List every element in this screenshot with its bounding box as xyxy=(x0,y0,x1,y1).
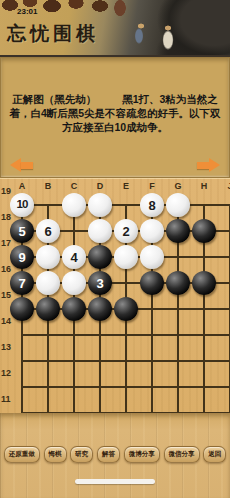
board-column-label: D xyxy=(87,181,113,191)
white-stone xyxy=(88,193,112,217)
board-column-label: F xyxy=(139,181,165,191)
board-intersection-J17[interactable] xyxy=(217,244,230,270)
board-intersection-E15[interactable] xyxy=(113,296,139,322)
app-screen: 23:01 忘忧围棋 正解图（黑先劫）黑1打、3粘为当然之着，白4断后黑5尖是不… xyxy=(0,0,230,498)
board-intersection-H18[interactable] xyxy=(191,218,217,244)
board-intersection-E18[interactable]: 2 xyxy=(113,218,139,244)
board-intersection-C15[interactable] xyxy=(61,296,87,322)
white-stone-move-6: 6 xyxy=(36,219,60,243)
board-intersection-D18[interactable] xyxy=(87,218,113,244)
go-board-grid: 1085629473 xyxy=(9,192,230,413)
board-intersection-F13[interactable] xyxy=(139,348,165,374)
board-row-label: 11 xyxy=(1,394,16,404)
board-intersection-B13[interactable] xyxy=(35,348,61,374)
board-intersection-H12[interactable] xyxy=(191,374,217,400)
white-stone-move-10: 10 xyxy=(10,193,34,217)
board-intersection-B16[interactable] xyxy=(35,270,61,296)
white-stone xyxy=(166,193,190,217)
board-intersection-E17[interactable] xyxy=(113,244,139,270)
go-board[interactable]: 1085629473 ABCDEFGHJ191817161514131211 xyxy=(0,178,230,413)
toolbar-button-2[interactable]: 悔棋 xyxy=(44,446,67,463)
board-intersection-F12[interactable] xyxy=(139,374,165,400)
board-intersection-J18[interactable] xyxy=(217,218,230,244)
board-intersection-H17[interactable] xyxy=(191,244,217,270)
board-intersection-B14[interactable] xyxy=(35,322,61,348)
white-stone xyxy=(114,245,138,269)
move-number-label: 6 xyxy=(44,225,51,238)
toolbar-button-3[interactable]: 研究 xyxy=(70,446,93,463)
white-stone xyxy=(36,245,60,269)
board-column-label: H xyxy=(191,181,217,191)
move-number-label: 10 xyxy=(17,199,28,211)
white-stone xyxy=(36,271,60,295)
board-intersection-G14[interactable] xyxy=(165,322,191,348)
board-intersection-J19[interactable] xyxy=(217,192,230,218)
board-intersection-H14[interactable] xyxy=(191,322,217,348)
board-column-label: G xyxy=(165,181,191,191)
next-diagram-button[interactable] xyxy=(197,157,223,173)
white-stone-move-4: 4 xyxy=(62,245,86,269)
board-column-label: J xyxy=(217,181,230,191)
black-stone xyxy=(166,271,190,295)
board-intersection-G11[interactable] xyxy=(165,400,191,413)
white-stone xyxy=(62,193,86,217)
board-intersection-C11[interactable] xyxy=(61,400,87,413)
app-header: 23:01 忘忧围棋 xyxy=(0,0,230,57)
board-intersection-B15[interactable] xyxy=(35,296,61,322)
board-intersection-E13[interactable] xyxy=(113,348,139,374)
white-stone xyxy=(140,245,164,269)
board-intersection-B18[interactable]: 6 xyxy=(35,218,61,244)
black-stone xyxy=(10,297,34,321)
white-stone xyxy=(62,271,86,295)
board-intersection-G19[interactable] xyxy=(165,192,191,218)
move-number-label: 3 xyxy=(96,277,103,290)
board-intersection-D14[interactable] xyxy=(87,322,113,348)
board-intersection-H11[interactable] xyxy=(191,400,217,413)
board-intersection-F19[interactable]: 8 xyxy=(139,192,165,218)
toolbar-button-4[interactable]: 解答 xyxy=(97,446,120,463)
black-stone xyxy=(88,297,112,321)
black-stone-move-7: 7 xyxy=(10,271,34,295)
board-intersection-C19[interactable] xyxy=(61,192,87,218)
board-intersection-E16[interactable] xyxy=(113,270,139,296)
board-row-label: 13 xyxy=(1,342,16,352)
board-intersection-C14[interactable] xyxy=(61,322,87,348)
board-intersection-H13[interactable] xyxy=(191,348,217,374)
board-intersection-C12[interactable] xyxy=(61,374,87,400)
board-intersection-B19[interactable] xyxy=(35,192,61,218)
white-stone xyxy=(140,219,164,243)
black-stone xyxy=(62,297,86,321)
black-stone-move-5: 5 xyxy=(10,219,34,243)
board-intersection-E19[interactable] xyxy=(113,192,139,218)
board-intersection-G18[interactable] xyxy=(165,218,191,244)
board-intersection-E12[interactable] xyxy=(113,374,139,400)
board-intersection-F16[interactable] xyxy=(139,270,165,296)
move-number-label: 9 xyxy=(18,251,25,264)
move-number-label: 5 xyxy=(18,225,25,238)
board-intersection-F17[interactable] xyxy=(139,244,165,270)
black-stone xyxy=(88,245,112,269)
board-intersection-F18[interactable] xyxy=(139,218,165,244)
commentary-panel: 正解图（黑先劫）黑1打、3粘为当然之着，白4断后黑5尖是不容疏忽的好手。以下双方… xyxy=(0,57,230,178)
toolbar-button-6[interactable]: 微信分享 xyxy=(164,446,200,463)
board-intersection-J14[interactable] xyxy=(217,322,230,348)
prev-diagram-button[interactable] xyxy=(7,157,33,173)
move-number-label: 2 xyxy=(122,225,129,238)
status-bar-time: 23:01 xyxy=(17,7,37,16)
board-intersection-D13[interactable] xyxy=(87,348,113,374)
toolbar-button-1[interactable]: 还原重做 xyxy=(4,446,40,463)
board-intersection-G17[interactable] xyxy=(165,244,191,270)
board-row-label: 12 xyxy=(1,368,16,378)
move-number-label: 8 xyxy=(148,199,155,212)
black-stone xyxy=(192,271,216,295)
board-intersection-B12[interactable] xyxy=(35,374,61,400)
commentary-title: 正解图（黑先劫） xyxy=(12,93,96,105)
board-column-label: E xyxy=(113,181,139,191)
black-stone xyxy=(140,271,164,295)
board-intersection-J11[interactable] xyxy=(217,400,230,413)
board-intersection-F15[interactable] xyxy=(139,296,165,322)
board-column-label: B xyxy=(35,181,61,191)
commentary-text: 正解图（黑先劫）黑1打、3粘为当然之着，白4断后黑5尖是不容疏忽的好手。以下双方… xyxy=(7,92,223,134)
left-arrow-icon xyxy=(21,162,33,169)
white-stone-move-2: 2 xyxy=(114,219,138,243)
board-intersection-H19[interactable] xyxy=(191,192,217,218)
board-intersection-D15[interactable] xyxy=(87,296,113,322)
board-intersection-G12[interactable] xyxy=(165,374,191,400)
board-column-label: C xyxy=(61,181,87,191)
board-intersection-C16[interactable] xyxy=(61,270,87,296)
board-intersection-B11[interactable] xyxy=(35,400,61,413)
board-intersection-B17[interactable] xyxy=(35,244,61,270)
toolbar-buttons: 还原重做悔棋研究解答微博分享微信分享返回 xyxy=(0,446,230,463)
board-intersection-G16[interactable] xyxy=(165,270,191,296)
board-intersection-J16[interactable] xyxy=(217,270,230,296)
move-number-label: 7 xyxy=(18,277,25,290)
board-intersection-D16[interactable]: 3 xyxy=(87,270,113,296)
board-intersection-D19[interactable] xyxy=(87,192,113,218)
board-intersection-D17[interactable] xyxy=(87,244,113,270)
black-stone xyxy=(36,297,60,321)
board-intersection-F11[interactable] xyxy=(139,400,165,413)
board-intersection-J12[interactable] xyxy=(217,374,230,400)
black-stone xyxy=(114,297,138,321)
bottom-toolbar: 还原重做悔棋研究解答微博分享微信分享返回 xyxy=(0,413,230,498)
board-intersection-C13[interactable] xyxy=(61,348,87,374)
board-intersection-H15[interactable] xyxy=(191,296,217,322)
board-intersection-J15[interactable] xyxy=(217,296,230,322)
white-stone xyxy=(88,219,112,243)
board-intersection-E14[interactable] xyxy=(113,322,139,348)
right-arrow-icon xyxy=(197,162,209,169)
board-intersection-C17[interactable]: 4 xyxy=(61,244,87,270)
black-stone xyxy=(166,219,190,243)
board-intersection-J13[interactable] xyxy=(217,348,230,374)
white-stone-move-8: 8 xyxy=(140,193,164,217)
black-stone xyxy=(192,219,216,243)
board-intersection-E11[interactable] xyxy=(113,400,139,413)
move-number-label: 4 xyxy=(70,251,77,264)
board-intersection-D12[interactable] xyxy=(87,374,113,400)
board-intersection-G15[interactable] xyxy=(165,296,191,322)
app-title: 忘忧围棋 xyxy=(7,21,99,47)
black-stone-move-9: 9 xyxy=(10,245,34,269)
board-intersection-F14[interactable] xyxy=(139,322,165,348)
board-intersection-D11[interactable] xyxy=(87,400,113,413)
toolbar-button-7[interactable]: 返回 xyxy=(203,446,226,463)
board-intersection-C18[interactable] xyxy=(61,218,87,244)
black-stone-move-3: 3 xyxy=(88,271,112,295)
home-indicator xyxy=(75,479,155,484)
toolbar-button-5[interactable]: 微博分享 xyxy=(124,446,160,463)
board-intersection-G13[interactable] xyxy=(165,348,191,374)
board-intersection-H16[interactable] xyxy=(191,270,217,296)
